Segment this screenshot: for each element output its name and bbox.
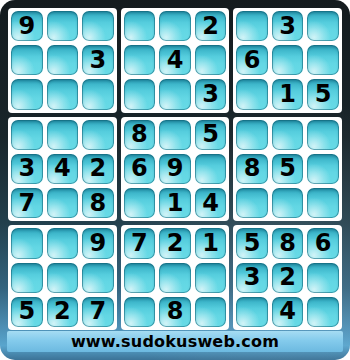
given-digit: 1: [202, 231, 219, 256]
cell-r4c1[interactable]: [11, 120, 43, 150]
given-digit: 4: [202, 191, 219, 216]
block-5: 856914: [121, 117, 230, 222]
cell-r5c1[interactable]: 3: [11, 154, 43, 184]
cell-r1c1[interactable]: 9: [11, 11, 43, 41]
cell-r3c6[interactable]: 3: [195, 79, 227, 109]
cell-r1c6[interactable]: 2: [195, 11, 227, 41]
cell-r5c2[interactable]: 4: [47, 154, 79, 184]
cell-r9c9[interactable]: [307, 297, 339, 327]
cell-r3c9[interactable]: 5: [307, 79, 339, 109]
block-3: 3615: [233, 8, 342, 113]
cell-r6c6[interactable]: 4: [195, 188, 227, 218]
given-digit: 8: [167, 299, 184, 324]
cell-r4c6[interactable]: 5: [195, 120, 227, 150]
cell-r7c1[interactable]: [11, 228, 43, 258]
given-digit: 7: [18, 191, 35, 216]
cell-r9c8[interactable]: 4: [272, 297, 304, 327]
cell-r4c3[interactable]: [82, 120, 114, 150]
cell-r2c8[interactable]: [272, 45, 304, 75]
cell-r6c5[interactable]: 1: [159, 188, 191, 218]
given-digit: 3: [202, 82, 219, 107]
cell-r2c2[interactable]: [47, 45, 79, 75]
cell-r5c9[interactable]: [307, 154, 339, 184]
cell-r7c3[interactable]: 9: [82, 228, 114, 258]
cell-r3c4[interactable]: [124, 79, 156, 109]
cell-r4c9[interactable]: [307, 120, 339, 150]
given-digit: 9: [167, 156, 184, 181]
cell-r1c4[interactable]: [124, 11, 156, 41]
cell-r3c1[interactable]: [11, 79, 43, 109]
cell-r4c4[interactable]: 8: [124, 120, 156, 150]
given-digit: 6: [315, 231, 332, 256]
cell-r6c9[interactable]: [307, 188, 339, 218]
cell-r9c3[interactable]: 7: [82, 297, 114, 327]
cell-r2c6[interactable]: [195, 45, 227, 75]
cell-r2c3[interactable]: 3: [82, 45, 114, 75]
cell-r8c7[interactable]: 3: [236, 263, 268, 293]
given-digit: 6: [131, 156, 148, 181]
cell-r1c3[interactable]: [82, 11, 114, 41]
cell-r9c6[interactable]: [195, 297, 227, 327]
board-frame: 932433615342788569148595277218586324 www…: [0, 0, 350, 360]
cell-r2c4[interactable]: [124, 45, 156, 75]
given-digit: 8: [279, 231, 296, 256]
given-digit: 5: [18, 299, 35, 324]
cell-r1c9[interactable]: [307, 11, 339, 41]
cell-r4c7[interactable]: [236, 120, 268, 150]
cell-r1c2[interactable]: [47, 11, 79, 41]
cell-r8c4[interactable]: [124, 263, 156, 293]
cell-r9c5[interactable]: 8: [159, 297, 191, 327]
cell-r7c5[interactable]: 2: [159, 228, 191, 258]
cell-r4c2[interactable]: [47, 120, 79, 150]
cell-r2c5[interactable]: 4: [159, 45, 191, 75]
footer-band: www.sudokusweb.com: [7, 331, 343, 352]
given-digit: 8: [131, 122, 148, 147]
cell-r7c8[interactable]: 8: [272, 228, 304, 258]
given-digit: 9: [90, 231, 107, 256]
cell-r6c4[interactable]: [124, 188, 156, 218]
given-digit: 5: [202, 122, 219, 147]
given-digit: 8: [90, 191, 107, 216]
cell-r9c4[interactable]: [124, 297, 156, 327]
given-digit: 3: [90, 48, 107, 73]
sudoku-app: 932433615342788569148595277218586324 www…: [0, 0, 350, 360]
site-link[interactable]: www.sudokusweb.com: [71, 332, 279, 351]
cell-r3c5[interactable]: [159, 79, 191, 109]
cell-r6c7[interactable]: [236, 188, 268, 218]
given-digit: 3: [18, 156, 35, 181]
cell-r2c9[interactable]: [307, 45, 339, 75]
cell-r8c8[interactable]: 2: [272, 263, 304, 293]
cell-r2c7[interactable]: 6: [236, 45, 268, 75]
cell-r7c4[interactable]: 7: [124, 228, 156, 258]
cell-r6c3[interactable]: 8: [82, 188, 114, 218]
block-1: 93: [8, 8, 117, 113]
cell-r7c6[interactable]: 1: [195, 228, 227, 258]
given-digit: 2: [279, 265, 296, 290]
cell-r3c3[interactable]: [82, 79, 114, 109]
cell-r8c3[interactable]: [82, 263, 114, 293]
block-8: 7218: [121, 225, 230, 330]
cell-r1c8[interactable]: 3: [272, 11, 304, 41]
cell-r6c2[interactable]: [47, 188, 79, 218]
cell-r5c7[interactable]: 8: [236, 154, 268, 184]
cell-r5c6[interactable]: [195, 154, 227, 184]
given-digit: 5: [279, 156, 296, 181]
given-digit: 7: [90, 299, 107, 324]
cell-r5c3[interactable]: 2: [82, 154, 114, 184]
cell-r9c1[interactable]: 5: [11, 297, 43, 327]
cell-r6c1[interactable]: 7: [11, 188, 43, 218]
cell-r8c6[interactable]: [195, 263, 227, 293]
cell-r4c5[interactable]: [159, 120, 191, 150]
given-digit: 9: [18, 14, 35, 39]
cell-r1c7[interactable]: [236, 11, 268, 41]
block-2: 243: [121, 8, 230, 113]
cell-r1c5[interactable]: [159, 11, 191, 41]
given-digit: 2: [90, 156, 107, 181]
block-6: 85: [233, 117, 342, 222]
block-7: 9527: [8, 225, 117, 330]
cell-r5c4[interactable]: 6: [124, 154, 156, 184]
given-digit: 6: [244, 48, 261, 73]
block-9: 586324: [233, 225, 342, 330]
given-digit: 5: [315, 82, 332, 107]
cell-r8c2[interactable]: [47, 263, 79, 293]
given-digit: 4: [54, 156, 71, 181]
cell-r5c8[interactable]: 5: [272, 154, 304, 184]
cell-r7c2[interactable]: [47, 228, 79, 258]
cell-r4c8[interactable]: [272, 120, 304, 150]
given-digit: 2: [202, 14, 219, 39]
cell-r6c8[interactable]: [272, 188, 304, 218]
given-digit: 4: [167, 48, 184, 73]
cell-r5c5[interactable]: 9: [159, 154, 191, 184]
cell-r3c2[interactable]: [47, 79, 79, 109]
cell-r3c8[interactable]: 1: [272, 79, 304, 109]
given-digit: 4: [279, 299, 296, 324]
given-digit: 3: [244, 265, 261, 290]
cell-r7c9[interactable]: 6: [307, 228, 339, 258]
cell-r2c1[interactable]: [11, 45, 43, 75]
cell-r9c2[interactable]: 2: [47, 297, 79, 327]
given-digit: 1: [167, 191, 184, 216]
given-digit: 2: [167, 231, 184, 256]
cell-r8c9[interactable]: [307, 263, 339, 293]
given-digit: 2: [54, 299, 71, 324]
cell-r8c1[interactable]: [11, 263, 43, 293]
given-digit: 3: [279, 14, 296, 39]
given-digit: 1: [279, 82, 296, 107]
cell-r3c7[interactable]: [236, 79, 268, 109]
given-digit: 8: [244, 156, 261, 181]
cell-r8c5[interactable]: [159, 263, 191, 293]
sudoku-board: 932433615342788569148595277218586324: [8, 8, 342, 330]
given-digit: 5: [244, 231, 261, 256]
given-digit: 7: [131, 231, 148, 256]
cell-r9c7[interactable]: [236, 297, 268, 327]
cell-r7c7[interactable]: 5: [236, 228, 268, 258]
block-4: 34278: [8, 117, 117, 222]
